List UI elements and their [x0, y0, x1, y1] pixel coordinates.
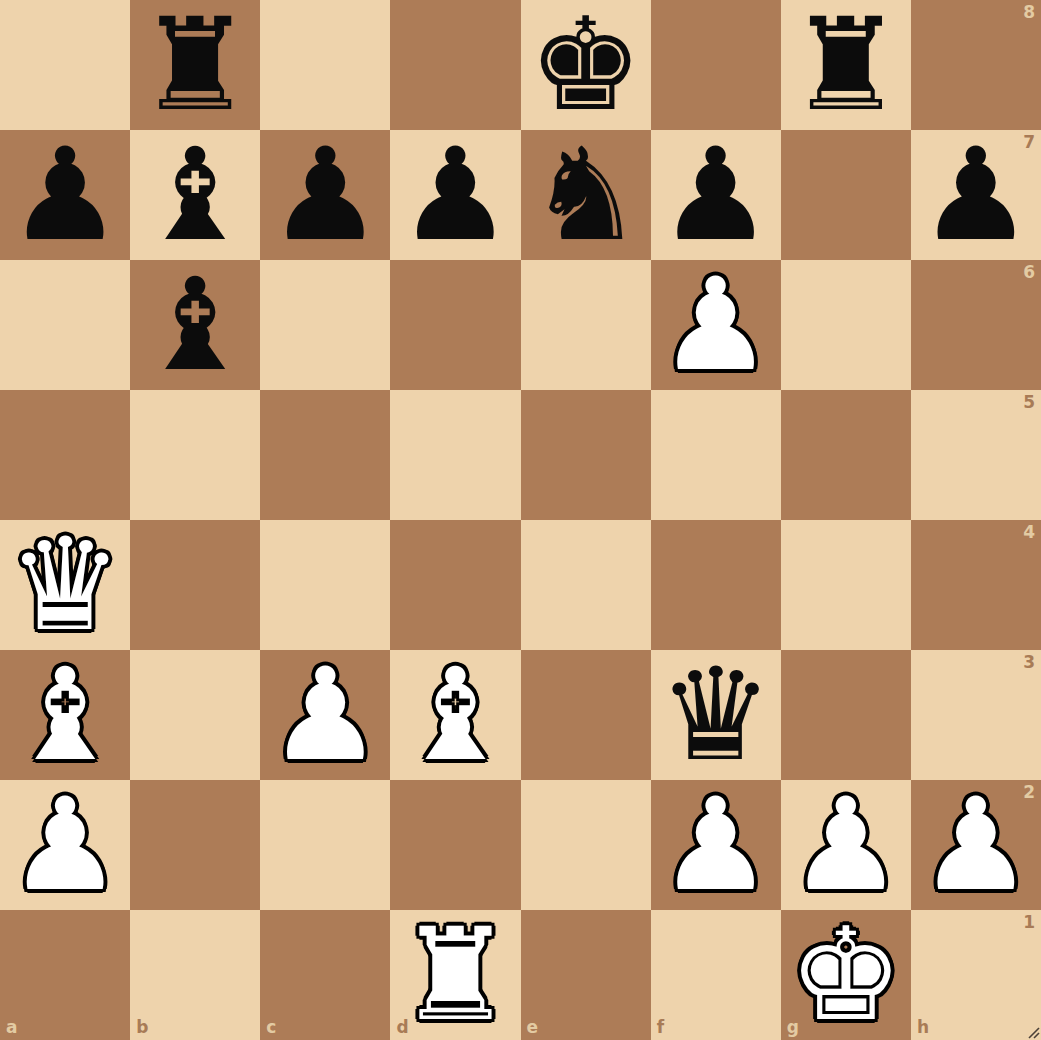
- square-d2[interactable]: [390, 780, 520, 910]
- file-label-h: h: [917, 1019, 929, 1036]
- square-b6[interactable]: ♝: [130, 260, 260, 390]
- piece-black-pawn-h7[interactable]: ♟: [919, 131, 1034, 259]
- square-d5[interactable]: [390, 390, 520, 520]
- file-label-b: b: [136, 1019, 148, 1036]
- piece-white-bishop-d3[interactable]: ♝: [398, 651, 513, 779]
- square-f5[interactable]: [651, 390, 781, 520]
- piece-black-pawn-c7[interactable]: ♟: [268, 131, 383, 259]
- chess-board-container: ♜♚♜8♟♝♟♟♞♟7♟♝♟65♛4♝♟♝♛3♟♟♟2♟abcd♜efg♚1h: [0, 0, 1041, 1040]
- piece-white-pawn-g2[interactable]: ♟: [788, 781, 903, 909]
- square-f1[interactable]: f: [651, 910, 781, 1040]
- piece-black-queen-f3[interactable]: ♛: [658, 651, 773, 779]
- file-label-f: f: [657, 1019, 664, 1036]
- chess-board: ♜♚♜8♟♝♟♟♞♟7♟♝♟65♛4♝♟♝♛3♟♟♟2♟abcd♜efg♚1h: [0, 0, 1041, 1040]
- piece-black-rook-g8[interactable]: ♜: [788, 1, 903, 129]
- piece-black-knight-e7[interactable]: ♞: [528, 131, 643, 259]
- square-c4[interactable]: [260, 520, 390, 650]
- piece-white-pawn-f6[interactable]: ♟: [658, 261, 773, 389]
- square-b5[interactable]: [130, 390, 260, 520]
- rank-label-3: 3: [1023, 654, 1035, 671]
- square-e5[interactable]: [521, 390, 651, 520]
- piece-black-pawn-a7[interactable]: ♟: [8, 131, 123, 259]
- square-h4[interactable]: 4: [911, 520, 1041, 650]
- square-g5[interactable]: [781, 390, 911, 520]
- square-c5[interactable]: [260, 390, 390, 520]
- square-a3[interactable]: ♝: [0, 650, 130, 780]
- piece-white-king-g1[interactable]: ♚: [788, 911, 903, 1039]
- square-h5[interactable]: 5: [911, 390, 1041, 520]
- square-h7[interactable]: 7♟: [911, 130, 1041, 260]
- resize-handle-icon[interactable]: [1026, 1025, 1040, 1039]
- square-c3[interactable]: ♟: [260, 650, 390, 780]
- square-g6[interactable]: [781, 260, 911, 390]
- piece-white-rook-d1[interactable]: ♜: [398, 911, 513, 1039]
- square-b2[interactable]: [130, 780, 260, 910]
- square-g4[interactable]: [781, 520, 911, 650]
- square-f6[interactable]: ♟: [651, 260, 781, 390]
- file-label-a: a: [6, 1019, 17, 1036]
- square-b8[interactable]: ♜: [130, 0, 260, 130]
- square-b4[interactable]: [130, 520, 260, 650]
- piece-white-pawn-c3[interactable]: ♟: [268, 651, 383, 779]
- square-c7[interactable]: ♟: [260, 130, 390, 260]
- rank-label-8: 8: [1023, 4, 1035, 21]
- square-d6[interactable]: [390, 260, 520, 390]
- piece-white-pawn-f2[interactable]: ♟: [658, 781, 773, 909]
- square-f2[interactable]: ♟: [651, 780, 781, 910]
- square-c1[interactable]: c: [260, 910, 390, 1040]
- square-h1[interactable]: 1h: [911, 910, 1041, 1040]
- square-h8[interactable]: 8: [911, 0, 1041, 130]
- piece-black-king-e8[interactable]: ♚: [528, 1, 643, 129]
- square-f3[interactable]: ♛: [651, 650, 781, 780]
- square-a4[interactable]: ♛: [0, 520, 130, 650]
- square-c8[interactable]: [260, 0, 390, 130]
- piece-black-bishop-b7[interactable]: ♝: [138, 131, 253, 259]
- piece-black-rook-b8[interactable]: ♜: [138, 1, 253, 129]
- square-g1[interactable]: g♚: [781, 910, 911, 1040]
- square-a6[interactable]: [0, 260, 130, 390]
- square-b7[interactable]: ♝: [130, 130, 260, 260]
- square-e8[interactable]: ♚: [521, 0, 651, 130]
- square-e3[interactable]: [521, 650, 651, 780]
- square-a2[interactable]: ♟: [0, 780, 130, 910]
- square-a1[interactable]: a: [0, 910, 130, 1040]
- square-g7[interactable]: [781, 130, 911, 260]
- square-a5[interactable]: [0, 390, 130, 520]
- square-f7[interactable]: ♟: [651, 130, 781, 260]
- square-e1[interactable]: e: [521, 910, 651, 1040]
- square-b1[interactable]: b: [130, 910, 260, 1040]
- square-h2[interactable]: 2♟: [911, 780, 1041, 910]
- square-d4[interactable]: [390, 520, 520, 650]
- file-label-e: e: [527, 1019, 539, 1036]
- piece-white-pawn-h2[interactable]: ♟: [919, 781, 1034, 909]
- square-h3[interactable]: 3: [911, 650, 1041, 780]
- square-a7[interactable]: ♟: [0, 130, 130, 260]
- square-h6[interactable]: 6: [911, 260, 1041, 390]
- square-e4[interactable]: [521, 520, 651, 650]
- square-f8[interactable]: [651, 0, 781, 130]
- square-c2[interactable]: [260, 780, 390, 910]
- square-d3[interactable]: ♝: [390, 650, 520, 780]
- piece-black-pawn-f7[interactable]: ♟: [658, 131, 773, 259]
- square-e6[interactable]: [521, 260, 651, 390]
- piece-white-queen-a4[interactable]: ♛: [8, 521, 123, 649]
- square-g3[interactable]: [781, 650, 911, 780]
- square-d8[interactable]: [390, 0, 520, 130]
- square-e7[interactable]: ♞: [521, 130, 651, 260]
- piece-black-bishop-b6[interactable]: ♝: [138, 261, 253, 389]
- rank-label-5: 5: [1023, 394, 1035, 411]
- square-g2[interactable]: ♟: [781, 780, 911, 910]
- square-a8[interactable]: [0, 0, 130, 130]
- square-g8[interactable]: ♜: [781, 0, 911, 130]
- square-d1[interactable]: d♜: [390, 910, 520, 1040]
- square-b3[interactable]: [130, 650, 260, 780]
- piece-black-pawn-d7[interactable]: ♟: [398, 131, 513, 259]
- file-label-c: c: [266, 1019, 276, 1036]
- piece-white-pawn-a2[interactable]: ♟: [8, 781, 123, 909]
- square-c6[interactable]: [260, 260, 390, 390]
- square-f4[interactable]: [651, 520, 781, 650]
- square-e2[interactable]: [521, 780, 651, 910]
- rank-label-4: 4: [1023, 524, 1035, 541]
- piece-white-bishop-a3[interactable]: ♝: [8, 651, 123, 779]
- square-d7[interactable]: ♟: [390, 130, 520, 260]
